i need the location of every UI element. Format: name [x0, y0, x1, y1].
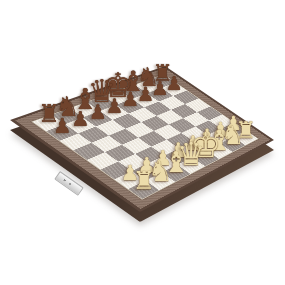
photo-canvas: ♜♞♝♛♚♝♞♜♟♟♟♟♟♟♟♟♟♟♟♟♟♟♟♟♜♞♝♛♚♝♞♜ — [0, 0, 285, 285]
chess-board — [0, 0, 285, 285]
board-frame — [10, 66, 274, 212]
